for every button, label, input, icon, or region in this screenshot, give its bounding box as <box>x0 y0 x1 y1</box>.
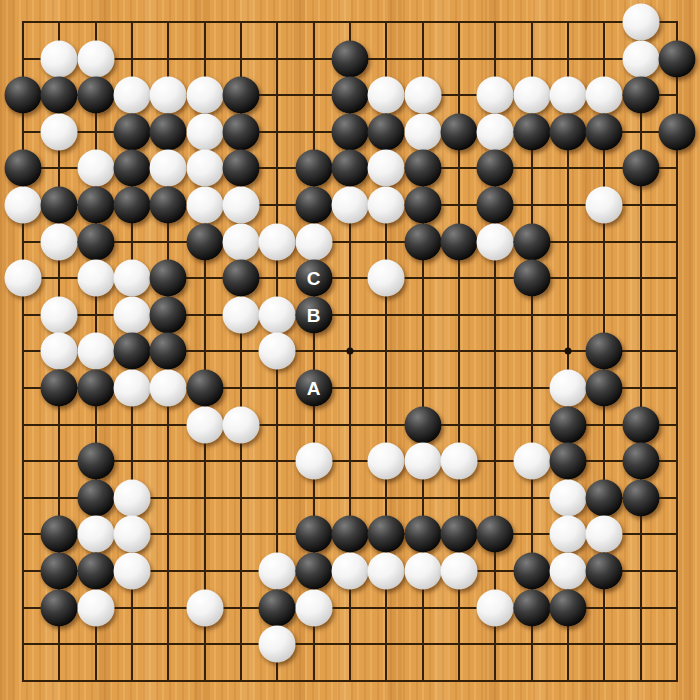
black-stone[interactable]: B <box>295 296 332 333</box>
white-stone[interactable] <box>549 370 586 407</box>
white-stone[interactable] <box>404 113 441 150</box>
white-stone[interactable] <box>440 553 477 590</box>
white-stone[interactable] <box>368 553 405 590</box>
black-stone[interactable] <box>5 150 42 187</box>
white-stone[interactable] <box>222 406 259 443</box>
black-stone[interactable] <box>477 516 514 553</box>
black-stone[interactable] <box>5 77 42 114</box>
white-stone[interactable] <box>41 113 78 150</box>
black-stone[interactable] <box>295 516 332 553</box>
white-stone[interactable] <box>586 187 623 224</box>
black-stone[interactable] <box>295 187 332 224</box>
stone-label-A: A <box>307 379 321 398</box>
black-stone[interactable] <box>222 260 259 297</box>
black-stone[interactable] <box>622 150 659 187</box>
black-stone[interactable] <box>658 40 695 77</box>
black-stone[interactable] <box>586 479 623 516</box>
black-stone[interactable]: C <box>295 260 332 297</box>
black-stone[interactable] <box>41 370 78 407</box>
black-stone[interactable] <box>150 296 187 333</box>
black-stone[interactable] <box>404 406 441 443</box>
black-stone[interactable] <box>150 333 187 370</box>
black-stone[interactable] <box>77 443 114 480</box>
white-stone[interactable] <box>549 479 586 516</box>
black-stone[interactable] <box>404 516 441 553</box>
white-stone[interactable] <box>622 4 659 41</box>
black-stone[interactable] <box>549 589 586 626</box>
white-stone[interactable] <box>5 260 42 297</box>
white-stone[interactable] <box>477 223 514 260</box>
white-stone[interactable] <box>295 223 332 260</box>
white-stone[interactable] <box>150 370 187 407</box>
black-stone[interactable] <box>586 553 623 590</box>
white-stone[interactable] <box>186 589 223 626</box>
white-stone[interactable] <box>186 77 223 114</box>
black-stone[interactable] <box>404 223 441 260</box>
black-stone[interactable] <box>259 589 296 626</box>
white-stone[interactable] <box>586 516 623 553</box>
white-stone[interactable] <box>259 333 296 370</box>
black-stone[interactable] <box>549 406 586 443</box>
white-stone[interactable] <box>368 260 405 297</box>
white-stone[interactable] <box>295 589 332 626</box>
black-stone[interactable] <box>368 113 405 150</box>
black-stone[interactable] <box>41 77 78 114</box>
black-stone[interactable] <box>186 370 223 407</box>
white-stone[interactable] <box>41 333 78 370</box>
white-stone[interactable] <box>222 187 259 224</box>
white-stone[interactable] <box>77 260 114 297</box>
black-stone[interactable] <box>113 150 150 187</box>
white-stone[interactable] <box>113 77 150 114</box>
white-stone[interactable] <box>331 187 368 224</box>
white-stone[interactable] <box>331 553 368 590</box>
white-stone[interactable] <box>113 516 150 553</box>
white-stone[interactable] <box>477 113 514 150</box>
black-stone[interactable] <box>404 150 441 187</box>
black-stone[interactable] <box>77 479 114 516</box>
black-stone[interactable] <box>440 516 477 553</box>
white-stone[interactable] <box>440 443 477 480</box>
grid-line-horizontal <box>22 680 678 682</box>
black-stone[interactable] <box>77 187 114 224</box>
white-stone[interactable] <box>5 187 42 224</box>
white-stone[interactable] <box>259 553 296 590</box>
black-stone[interactable] <box>186 223 223 260</box>
black-stone[interactable] <box>77 223 114 260</box>
white-stone[interactable] <box>77 589 114 626</box>
white-stone[interactable] <box>150 77 187 114</box>
black-stone[interactable] <box>331 40 368 77</box>
white-stone[interactable] <box>368 150 405 187</box>
white-stone[interactable] <box>259 626 296 663</box>
white-stone[interactable] <box>404 553 441 590</box>
white-stone[interactable] <box>186 406 223 443</box>
go-board[interactable]: CBA <box>0 0 700 700</box>
black-stone[interactable] <box>41 553 78 590</box>
black-stone[interactable] <box>77 553 114 590</box>
white-stone[interactable] <box>622 40 659 77</box>
white-stone[interactable] <box>295 443 332 480</box>
star-point <box>346 348 353 355</box>
black-stone[interactable] <box>513 223 550 260</box>
black-stone[interactable] <box>622 406 659 443</box>
black-stone[interactable] <box>41 187 78 224</box>
grid-line-horizontal <box>22 643 678 645</box>
black-stone[interactable] <box>477 150 514 187</box>
star-point <box>564 348 571 355</box>
white-stone[interactable] <box>41 296 78 333</box>
white-stone[interactable] <box>368 187 405 224</box>
black-stone[interactable] <box>513 260 550 297</box>
white-stone[interactable] <box>368 77 405 114</box>
black-stone[interactable] <box>41 516 78 553</box>
black-stone[interactable] <box>222 77 259 114</box>
black-stone[interactable] <box>150 260 187 297</box>
white-stone[interactable] <box>586 77 623 114</box>
white-stone[interactable] <box>549 77 586 114</box>
black-stone[interactable] <box>150 187 187 224</box>
white-stone[interactable] <box>41 40 78 77</box>
white-stone[interactable] <box>549 553 586 590</box>
black-stone[interactable] <box>622 443 659 480</box>
white-stone[interactable] <box>150 150 187 187</box>
black-stone[interactable] <box>331 516 368 553</box>
black-stone[interactable] <box>295 553 332 590</box>
white-stone[interactable] <box>113 260 150 297</box>
black-stone[interactable] <box>113 187 150 224</box>
white-stone[interactable] <box>77 516 114 553</box>
white-stone[interactable] <box>113 553 150 590</box>
black-stone[interactable] <box>295 150 332 187</box>
white-stone[interactable] <box>222 296 259 333</box>
white-stone[interactable] <box>513 77 550 114</box>
black-stone[interactable] <box>586 113 623 150</box>
black-stone[interactable] <box>222 113 259 150</box>
stone-label-B: B <box>307 305 321 324</box>
white-stone[interactable] <box>513 443 550 480</box>
black-stone[interactable] <box>440 113 477 150</box>
black-stone[interactable] <box>513 553 550 590</box>
black-stone[interactable]: A <box>295 370 332 407</box>
black-stone[interactable] <box>622 479 659 516</box>
black-stone[interactable] <box>331 150 368 187</box>
white-stone[interactable] <box>77 40 114 77</box>
black-stone[interactable] <box>658 113 695 150</box>
black-stone[interactable] <box>549 113 586 150</box>
black-stone[interactable] <box>586 333 623 370</box>
white-stone[interactable] <box>77 150 114 187</box>
white-stone[interactable] <box>186 150 223 187</box>
black-stone[interactable] <box>513 589 550 626</box>
white-stone[interactable] <box>549 516 586 553</box>
white-stone[interactable] <box>259 223 296 260</box>
black-stone[interactable] <box>440 223 477 260</box>
black-stone[interactable] <box>368 516 405 553</box>
black-stone[interactable] <box>150 113 187 150</box>
grid-line-vertical <box>640 21 642 682</box>
black-stone[interactable] <box>404 187 441 224</box>
black-stone[interactable] <box>331 113 368 150</box>
black-stone[interactable] <box>77 77 114 114</box>
white-stone[interactable] <box>41 223 78 260</box>
white-stone[interactable] <box>368 443 405 480</box>
black-stone[interactable] <box>331 77 368 114</box>
white-stone[interactable] <box>222 223 259 260</box>
white-stone[interactable] <box>404 77 441 114</box>
black-stone[interactable] <box>113 113 150 150</box>
white-stone[interactable] <box>404 443 441 480</box>
black-stone[interactable] <box>222 150 259 187</box>
black-stone[interactable] <box>513 113 550 150</box>
stone-label-C: C <box>307 269 321 288</box>
white-stone[interactable] <box>77 333 114 370</box>
white-stone[interactable] <box>113 370 150 407</box>
white-stone[interactable] <box>113 479 150 516</box>
white-stone[interactable] <box>477 77 514 114</box>
white-stone[interactable] <box>186 113 223 150</box>
black-stone[interactable] <box>477 187 514 224</box>
white-stone[interactable] <box>259 296 296 333</box>
black-stone[interactable] <box>586 370 623 407</box>
black-stone[interactable] <box>549 443 586 480</box>
black-stone[interactable] <box>622 77 659 114</box>
white-stone[interactable] <box>477 589 514 626</box>
white-stone[interactable] <box>186 187 223 224</box>
black-stone[interactable] <box>113 333 150 370</box>
white-stone[interactable] <box>113 296 150 333</box>
black-stone[interactable] <box>77 370 114 407</box>
black-stone[interactable] <box>41 589 78 626</box>
